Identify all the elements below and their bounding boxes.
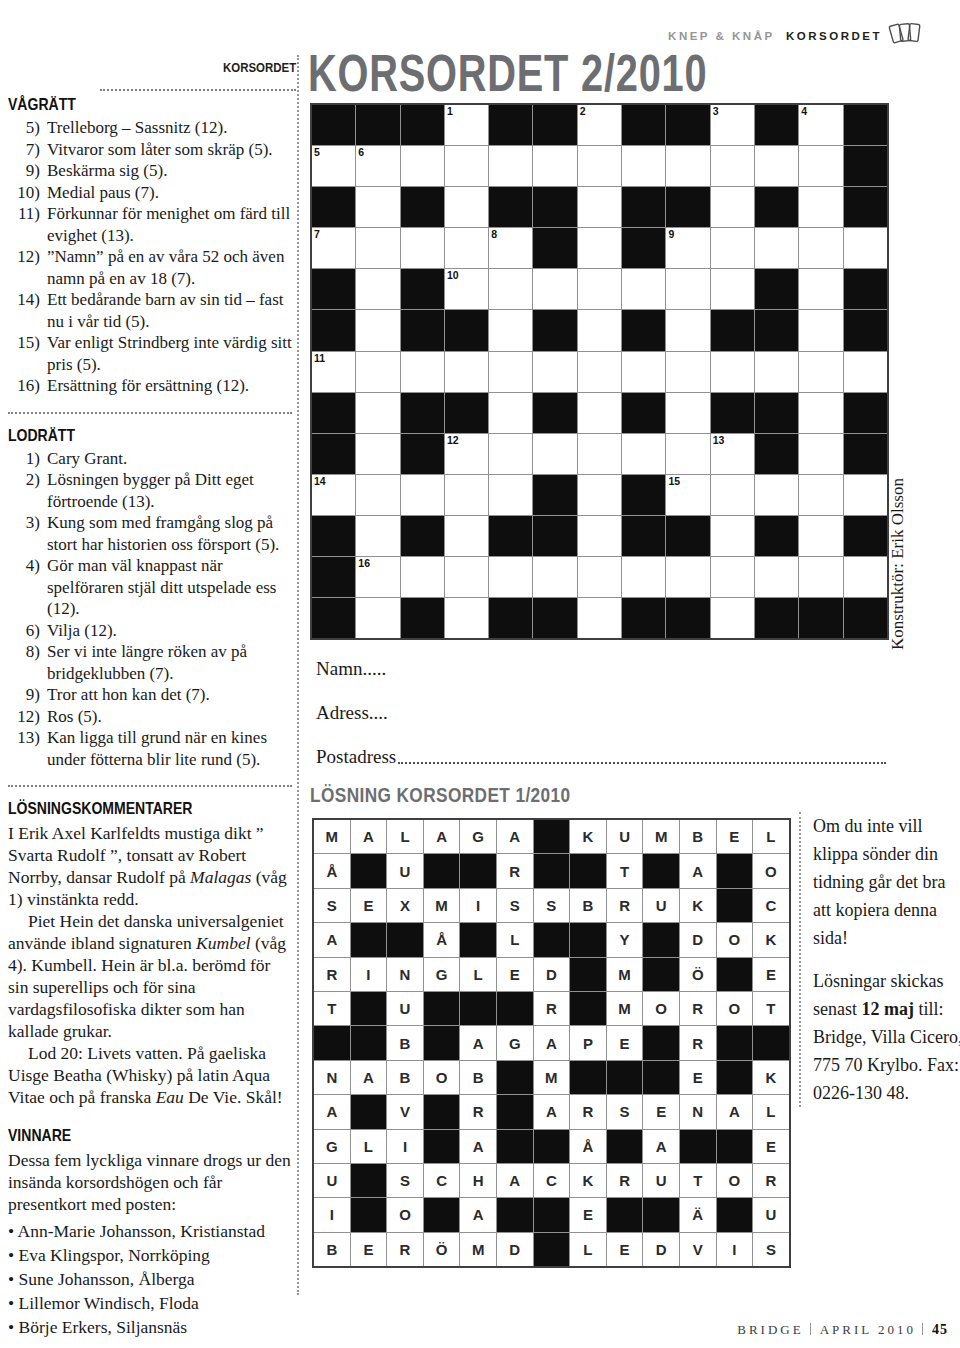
footer-date: APRIL 2010 — [820, 1322, 916, 1337]
cell-r12c13[interactable] — [844, 557, 887, 597]
cell-r10c7[interactable] — [578, 475, 621, 515]
cell-r3c13: C — [753, 889, 789, 922]
cell-r7c9[interactable] — [666, 352, 709, 392]
solution-letter-r11c3: S — [387, 1164, 423, 1197]
cell-r9c4[interactable]: 12 — [445, 434, 488, 474]
cell-r9c8[interactable] — [622, 434, 665, 474]
cell-r8c12[interactable] — [799, 393, 842, 433]
clue-number-12: 12 — [447, 434, 459, 447]
cell-r4c9: Y — [607, 923, 643, 956]
clue-number-5: 5 — [314, 146, 320, 159]
solution-letter-r5c13: E — [753, 958, 789, 991]
cell-r5c7: D — [534, 958, 570, 991]
block-r2c12 — [717, 854, 753, 887]
cell-r7c2[interactable] — [356, 352, 399, 392]
cell-r13c2: E — [351, 1233, 387, 1266]
cell-r2c3[interactable] — [401, 146, 444, 186]
cell-r12c10[interactable] — [711, 557, 754, 597]
solution-letter-r9c5: R — [460, 1095, 496, 1128]
cell-r2c6[interactable] — [533, 146, 576, 186]
cell-r4c6: L — [497, 923, 533, 956]
cell-r7c6[interactable] — [533, 352, 576, 392]
cell-r1c8: K — [570, 820, 606, 853]
cell-r12c9[interactable] — [666, 557, 709, 597]
block-r11c2 — [351, 1164, 387, 1197]
solution-letter-r1c2: A — [351, 820, 387, 853]
block-r1c2 — [356, 105, 399, 145]
solution-letter-r8c7: M — [534, 1061, 570, 1094]
solution-letter-r1c3: L — [387, 820, 423, 853]
cell-r3c10[interactable] — [711, 187, 754, 227]
cell-r8c7[interactable] — [578, 393, 621, 433]
cell-r9c2[interactable] — [356, 434, 399, 474]
clue-item-text: Tror att hon kan det (7). — [47, 684, 292, 706]
cell-r9c10[interactable]: 13 — [711, 434, 754, 474]
cell-r1c12[interactable]: 4 — [799, 105, 842, 145]
solution-letter-r8c4: O — [424, 1061, 460, 1094]
cell-r9c12[interactable] — [799, 434, 842, 474]
winner-item: Börje Erkers, Siljansnäs — [8, 1315, 292, 1339]
cell-r4c4[interactable] — [445, 228, 488, 268]
solution-letter-r12c11: Ä — [680, 1198, 716, 1231]
solution-letter-r9c11: N — [680, 1095, 716, 1128]
solution-letter-r7c9: E — [607, 1026, 643, 1059]
block-r3c6 — [533, 187, 576, 227]
cell-r13c6: D — [497, 1233, 533, 1266]
clue-item-text: Ser vi inte längre röken av på bridgeklu… — [47, 641, 292, 684]
cell-r2c1[interactable]: 5 — [312, 146, 355, 186]
cell-r2c9[interactable] — [666, 146, 709, 186]
cell-r8c2: A — [351, 1061, 387, 1094]
clue-number-2: 2 — [580, 105, 586, 118]
solution-letter-r5c2: I — [351, 958, 387, 991]
cell-r2c9: T — [607, 854, 643, 887]
clue-item-number: 15) — [8, 332, 47, 375]
cell-r11c4: C — [424, 1164, 460, 1197]
block-r4c7 — [534, 923, 570, 956]
cell-r9c1: A — [314, 1095, 350, 1128]
winner-item: Lillemor Windisch, Floda — [8, 1291, 292, 1315]
block-r2c5 — [460, 854, 496, 887]
block-r11c5 — [489, 516, 532, 556]
block-r12c9 — [607, 1198, 643, 1231]
block-r13c8 — [622, 598, 665, 638]
cell-r10c2[interactable] — [356, 475, 399, 515]
block-r13c11 — [755, 598, 798, 638]
solution-letter-r5c7: D — [534, 958, 570, 991]
cell-r7c8[interactable] — [622, 352, 665, 392]
cell-r8c3: B — [387, 1061, 423, 1094]
block-r5c3 — [401, 269, 444, 309]
solution-letter-r13c12: I — [717, 1233, 753, 1266]
block-r7c13 — [753, 1026, 789, 1059]
block-r5c12 — [717, 958, 753, 991]
cell-r12c8[interactable] — [622, 557, 665, 597]
cell-r9c5[interactable] — [489, 434, 532, 474]
cell-r3c4: M — [424, 889, 460, 922]
cell-r10c13[interactable] — [844, 475, 887, 515]
cell-r12c2[interactable]: 16 — [356, 557, 399, 597]
cell-r10c11[interactable] — [755, 475, 798, 515]
cell-r10c13: E — [753, 1130, 789, 1163]
cell-r2c4[interactable] — [445, 146, 488, 186]
cell-r2c5[interactable] — [489, 146, 532, 186]
solution-letter-r11c12: O — [717, 1164, 753, 1197]
cell-r5c10[interactable] — [711, 269, 754, 309]
block-r9c2 — [351, 1095, 387, 1128]
block-r1c1 — [312, 105, 355, 145]
clue-item-number: 10) — [8, 182, 47, 204]
solution-letter-r2c3: U — [387, 854, 423, 887]
solution-letter-r11c5: H — [460, 1164, 496, 1197]
clue-item-text: Ett bedårande barn av sin tid – fast nu … — [47, 289, 292, 332]
cell-r3c4[interactable] — [445, 187, 488, 227]
solution-letter-r2c11: A — [680, 854, 716, 887]
cell-r1c10[interactable]: 3 — [711, 105, 754, 145]
cell-r5c8[interactable] — [622, 269, 665, 309]
solution-letter-r3c8: B — [570, 889, 606, 922]
cell-r5c2[interactable] — [356, 269, 399, 309]
cell-r10c3[interactable] — [401, 475, 444, 515]
cell-r13c4: Ö — [424, 1233, 460, 1266]
cell-r13c2[interactable] — [356, 598, 399, 638]
cell-r4c1[interactable]: 7 — [312, 228, 355, 268]
cell-r12c4[interactable] — [445, 557, 488, 597]
block-r3c9 — [666, 187, 709, 227]
solution-letter-r4c13: K — [753, 923, 789, 956]
cell-r11c9: R — [607, 1164, 643, 1197]
clue-item-text: Ros (5). — [47, 706, 292, 728]
solution-letter-r3c13: C — [753, 889, 789, 922]
solution-letter-r12c13: U — [753, 1198, 789, 1231]
cell-r5c9[interactable] — [666, 269, 709, 309]
block-r2c2 — [351, 854, 387, 887]
solution-letter-r6c7: R — [534, 992, 570, 1025]
solution-letter-r2c1: Å — [314, 854, 350, 887]
cell-r8c5[interactable] — [489, 393, 532, 433]
cell-r4c12: O — [717, 923, 753, 956]
block-r10c6 — [497, 1130, 533, 1163]
block-r13c6 — [533, 598, 576, 638]
cell-r6c1: T — [314, 992, 350, 1025]
solution-letter-r1c8: K — [570, 820, 606, 853]
cell-r3c8: B — [570, 889, 606, 922]
cell-r7c13[interactable] — [844, 352, 887, 392]
solution-letter-r10c3: I — [387, 1130, 423, 1163]
solution-letter-r12c3: O — [387, 1198, 423, 1231]
winner-item: Sune Johansson, Ålberga — [8, 1267, 292, 1291]
solution-letter-r5c3: N — [387, 958, 423, 991]
clue-item-number: 7) — [8, 139, 47, 161]
block-r1c8 — [622, 105, 665, 145]
cell-r12c6[interactable] — [533, 557, 576, 597]
solution-letter-r3c1: S — [314, 889, 350, 922]
section-header-gray: KNEP & KNÅP — [668, 30, 775, 42]
clue-item: 4)Gör man väl knappast när spelföraren s… — [8, 555, 292, 620]
block-r8c12 — [717, 1061, 753, 1094]
block-r10c7 — [534, 1130, 570, 1163]
block-r5c1 — [312, 269, 355, 309]
cell-r6c13: T — [753, 992, 789, 1025]
block-r1c9 — [666, 105, 709, 145]
block-r9c1 — [312, 434, 355, 474]
cell-r3c12[interactable] — [799, 187, 842, 227]
comments-heading: LÖSNINGSKOMMENTARER — [8, 799, 249, 818]
cell-r6c5[interactable] — [489, 310, 532, 350]
cell-r3c7[interactable] — [578, 187, 621, 227]
cell-r6c12: O — [717, 992, 753, 1025]
cell-r3c1: S — [314, 889, 350, 922]
solution-letter-r6c3: U — [387, 992, 423, 1025]
solution-letter-r9c8: R — [570, 1095, 606, 1128]
block-r1c7 — [534, 820, 570, 853]
block-r6c13 — [844, 310, 887, 350]
cell-r1c10: M — [643, 820, 679, 853]
solution-letter-r6c1: T — [314, 992, 350, 1025]
cell-r13c8: L — [570, 1233, 606, 1266]
cell-r11c12[interactable] — [799, 516, 842, 556]
cell-r8c7: M — [534, 1061, 570, 1094]
column-divider — [297, 55, 299, 1295]
clue-item: 7)Vitvaror som låter som skräp (5). — [8, 139, 292, 161]
solution-letter-r8c1: N — [314, 1061, 350, 1094]
cell-r5c12[interactable] — [799, 269, 842, 309]
solution-letter-r2c13: O — [753, 854, 789, 887]
cell-r5c7[interactable] — [578, 269, 621, 309]
solution-letter-r6c13: T — [753, 992, 789, 1025]
clue-item: 14)Ett bedårande barn av sin tid – fast … — [8, 289, 292, 332]
cell-r7c7[interactable] — [578, 352, 621, 392]
block-r8c11 — [755, 393, 798, 433]
block-r9c3 — [401, 434, 444, 474]
cell-r8c2[interactable] — [356, 393, 399, 433]
cell-r4c3[interactable] — [401, 228, 444, 268]
solution-letter-r4c11: D — [680, 923, 716, 956]
block-r11c6 — [533, 516, 576, 556]
block-r4c5 — [460, 923, 496, 956]
solution-letter-r1c12: E — [717, 820, 753, 853]
cell-r6c12[interactable] — [799, 310, 842, 350]
cell-r2c6: R — [497, 854, 533, 887]
cell-r9c6[interactable] — [533, 434, 576, 474]
down-heading: LODRÄTT — [8, 426, 249, 445]
block-r8c1 — [312, 393, 355, 433]
clue-item-number: 3) — [8, 512, 47, 555]
solution-letter-r9c3: V — [387, 1095, 423, 1128]
cell-r7c12[interactable] — [799, 352, 842, 392]
cell-r1c4[interactable]: 1 — [445, 105, 488, 145]
cell-r4c13[interactable] — [844, 228, 887, 268]
cell-r3c6: S — [497, 889, 533, 922]
cell-r10c1[interactable]: 14 — [312, 475, 355, 515]
cell-r6c7[interactable] — [578, 310, 621, 350]
cell-r7c3[interactable] — [401, 352, 444, 392]
clue-item-text: Beskärma sig (5). — [47, 160, 292, 182]
block-r13c3 — [401, 598, 444, 638]
dotted-divider — [8, 412, 292, 414]
clue-item-number: 9) — [8, 160, 47, 182]
cell-r7c5[interactable] — [489, 352, 532, 392]
block-r11c3 — [401, 516, 444, 556]
cell-r9c13: L — [753, 1095, 789, 1128]
cell-r2c12[interactable] — [799, 146, 842, 186]
block-r13c7 — [534, 1233, 570, 1266]
cell-r13c7[interactable] — [578, 598, 621, 638]
block-r1c11 — [755, 105, 798, 145]
cell-r11c10: U — [643, 1164, 679, 1197]
postal-field: Postadress — [316, 746, 886, 768]
cell-r8c9[interactable] — [666, 393, 709, 433]
solution-letter-r5c1: R — [314, 958, 350, 991]
cell-r7c9: E — [607, 1026, 643, 1059]
block-r11c1 — [312, 516, 355, 556]
solution-letter-r13c9: E — [607, 1233, 643, 1266]
winners-heading: VINNARE — [8, 1126, 249, 1145]
cell-r4c9[interactable]: 9 — [666, 228, 709, 268]
cell-r12c12[interactable] — [799, 557, 842, 597]
cell-r2c8[interactable] — [622, 146, 665, 186]
solution-letter-r10c10: A — [643, 1130, 679, 1163]
clue-number-3: 3 — [713, 105, 719, 118]
footer-magazine: BRIDGE — [737, 1322, 803, 1337]
solution-letter-r11c4: C — [424, 1164, 460, 1197]
block-r12c1 — [312, 557, 355, 597]
solution-letter-r3c5: I — [460, 889, 496, 922]
solution-letter-r10c13: E — [753, 1130, 789, 1163]
cell-r6c2[interactable] — [356, 310, 399, 350]
solution-letter-r12c1: I — [314, 1198, 350, 1231]
cell-r13c10[interactable] — [711, 598, 754, 638]
cell-r9c7[interactable] — [578, 434, 621, 474]
block-r6c8 — [570, 992, 606, 1025]
clue-item: 1)Cary Grant. — [8, 448, 292, 470]
cell-r4c7[interactable] — [578, 228, 621, 268]
cell-r7c1[interactable]: 11 — [312, 352, 355, 392]
cell-r12c5[interactable] — [489, 557, 532, 597]
block-r12c2 — [351, 1198, 387, 1231]
solution-letter-r6c9: M — [607, 992, 643, 1025]
cell-r4c12[interactable] — [799, 228, 842, 268]
cell-r3c9: R — [607, 889, 643, 922]
cell-r9c5: R — [460, 1095, 496, 1128]
cell-r10c12[interactable] — [799, 475, 842, 515]
solution-comments: I Erik Axel Karlfeldts mustiga dikt ” Sv… — [8, 822, 292, 1108]
cell-r10c10[interactable] — [711, 475, 754, 515]
cell-r12c11[interactable] — [755, 557, 798, 597]
cell-r4c4: Å — [424, 923, 460, 956]
block-r10c8 — [622, 475, 665, 515]
cell-r3c2[interactable] — [356, 187, 399, 227]
cell-r2c7[interactable] — [578, 146, 621, 186]
clue-number-8: 8 — [491, 228, 497, 241]
cell-r4c11[interactable] — [755, 228, 798, 268]
cell-r13c11: V — [680, 1233, 716, 1266]
solution-letter-r12c8: E — [570, 1198, 606, 1231]
cell-r1c4: A — [424, 820, 460, 853]
clue-item-text: Vilja (12). — [47, 620, 292, 642]
block-r12c6 — [497, 1198, 533, 1231]
cell-r2c11[interactable] — [755, 146, 798, 186]
cell-r1c7[interactable]: 2 — [578, 105, 621, 145]
cell-r10c4[interactable] — [445, 475, 488, 515]
cell-r11c2[interactable] — [356, 516, 399, 556]
cell-r11c10[interactable] — [711, 516, 754, 556]
solution-letter-r6c11: R — [680, 992, 716, 1025]
solution-letter-r1c1: M — [314, 820, 350, 853]
clue-item-text: Trelleborg – Sassnitz (12). — [47, 117, 292, 139]
clue-item: 2)Lösningen bygger på Ditt eget förtroen… — [8, 469, 292, 512]
clue-item-number: 2) — [8, 469, 47, 512]
cell-r5c6[interactable] — [533, 269, 576, 309]
cell-r7c4[interactable] — [445, 352, 488, 392]
cell-r1c5: G — [460, 820, 496, 853]
cell-r7c11: R — [680, 1026, 716, 1059]
cell-r12c13: U — [753, 1198, 789, 1231]
clue-item-number: 8) — [8, 641, 47, 684]
solution-letter-r4c9: Y — [607, 923, 643, 956]
cell-r11c7[interactable] — [578, 516, 621, 556]
solution-letter-r13c3: R — [387, 1233, 423, 1266]
solution-letter-r3c6: S — [497, 889, 533, 922]
cards-icon — [888, 18, 922, 52]
cell-r13c3: R — [387, 1233, 423, 1266]
cell-r2c3: U — [387, 854, 423, 887]
cell-r13c4[interactable] — [445, 598, 488, 638]
cell-r5c6: E — [497, 958, 533, 991]
cell-r11c4[interactable] — [445, 516, 488, 556]
postal-field-label: Postadress — [316, 746, 396, 768]
cell-r7c10[interactable] — [711, 352, 754, 392]
cell-r2c2[interactable]: 6 — [356, 146, 399, 186]
solution-letter-r6c10: O — [643, 992, 679, 1025]
block-r8c3 — [401, 393, 444, 433]
cell-r12c7[interactable] — [578, 557, 621, 597]
cell-r7c11[interactable] — [755, 352, 798, 392]
solution-letter-r8c2: A — [351, 1061, 387, 1094]
cell-r5c5[interactable] — [489, 269, 532, 309]
cell-r2c10[interactable] — [711, 146, 754, 186]
cell-r10c8: Å — [570, 1130, 606, 1163]
cell-r5c1: R — [314, 958, 350, 991]
block-r5c10 — [643, 958, 679, 991]
solution-letter-r10c1: G — [314, 1130, 350, 1163]
cell-r10c5[interactable] — [489, 475, 532, 515]
solution-letter-r13c1: B — [314, 1233, 350, 1266]
winners-intro: Dessa fem lyckliga vinnare drogs ur den … — [8, 1149, 292, 1215]
cell-r4c10[interactable] — [711, 228, 754, 268]
cell-r2c11: A — [680, 854, 716, 887]
cell-r6c9[interactable] — [666, 310, 709, 350]
cell-r8c11: E — [680, 1061, 716, 1094]
cell-r9c9[interactable] — [666, 434, 709, 474]
cell-r12c3[interactable] — [401, 557, 444, 597]
cell-r4c5[interactable]: 8 — [489, 228, 532, 268]
clue-item: 12)Ros (5). — [8, 706, 292, 728]
block-r9c13 — [844, 434, 887, 474]
cell-r11c1: U — [314, 1164, 350, 1197]
cell-r8c4: O — [424, 1061, 460, 1094]
cell-r7c6: G — [497, 1026, 533, 1059]
cell-r4c2[interactable] — [356, 228, 399, 268]
cell-r5c4[interactable]: 10 — [445, 269, 488, 309]
cell-r1c6: A — [497, 820, 533, 853]
cell-r11c13: R — [753, 1164, 789, 1197]
block-r8c8 — [570, 1061, 606, 1094]
clue-item-text: Kan ligga till grund när en kines under … — [47, 727, 292, 770]
cell-r11c12: O — [717, 1164, 753, 1197]
clue-item-number: 14) — [8, 289, 47, 332]
cell-r10c9[interactable]: 15 — [666, 475, 709, 515]
